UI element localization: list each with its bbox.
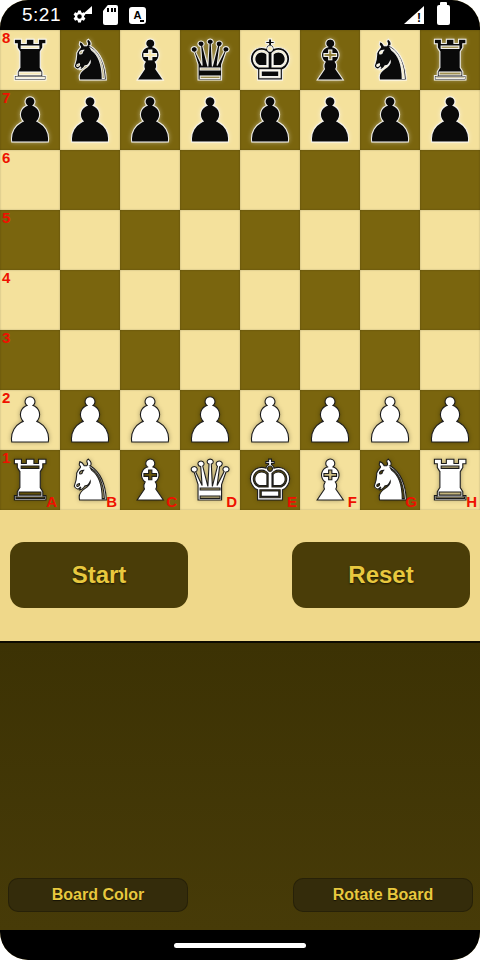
rank-label-6: 6	[2, 150, 10, 167]
square-g8[interactable]: ♞	[360, 30, 420, 90]
top-control-panel: Start Reset	[0, 510, 480, 643]
square-g4[interactable]	[360, 270, 420, 330]
rank-label-1: 1	[2, 450, 10, 467]
square-c8[interactable]: ♝	[120, 30, 180, 90]
rank-label-2: 2	[2, 390, 10, 407]
square-d7[interactable]: ♟	[180, 90, 240, 150]
square-a6[interactable]: 6	[0, 150, 60, 210]
rank-label-5: 5	[2, 210, 10, 227]
piece-black-pawn[interactable]: ♟	[302, 90, 358, 152]
piece-black-pawn[interactable]: ♟	[62, 90, 118, 152]
square-g5[interactable]	[360, 210, 420, 270]
board-color-button[interactable]: Board Color	[8, 878, 188, 912]
square-c2[interactable]: ♟	[120, 390, 180, 450]
square-a5[interactable]: 5	[0, 210, 60, 270]
rank-label-4: 4	[2, 270, 10, 287]
square-f6[interactable]	[300, 150, 360, 210]
piece-black-knight[interactable]: ♞	[65, 33, 115, 89]
piece-black-bishop[interactable]: ♝	[125, 33, 175, 89]
square-g2[interactable]: ♟	[360, 390, 420, 450]
square-e6[interactable]	[240, 150, 300, 210]
rank-label-7: 7	[2, 90, 10, 107]
square-a1[interactable]: 1A♜	[0, 450, 60, 510]
rank-label-3: 3	[2, 330, 10, 347]
square-e5[interactable]	[240, 210, 300, 270]
file-label-c: C	[166, 494, 177, 511]
square-h2[interactable]: ♟	[420, 390, 480, 450]
square-g3[interactable]	[360, 330, 420, 390]
square-b7[interactable]: ♟	[60, 90, 120, 150]
square-g6[interactable]	[360, 150, 420, 210]
status-bar: 5:21 A !	[0, 0, 480, 30]
file-label-a: A	[46, 494, 57, 511]
square-a2[interactable]: 2♟	[0, 390, 60, 450]
piece-black-pawn[interactable]: ♟	[122, 90, 178, 152]
square-f2[interactable]: ♟	[300, 390, 360, 450]
rank-label-8: 8	[2, 30, 10, 47]
square-f7[interactable]: ♟	[300, 90, 360, 150]
square-a8[interactable]: 8♜	[0, 30, 60, 90]
square-e4[interactable]	[240, 270, 300, 330]
square-b8[interactable]: ♞	[60, 30, 120, 90]
square-f1[interactable]: F♝	[300, 450, 360, 510]
signal-alert-icon: !	[404, 6, 424, 24]
square-b3[interactable]	[60, 330, 120, 390]
piece-black-pawn[interactable]: ♟	[422, 90, 478, 152]
square-a3[interactable]: 3	[0, 330, 60, 390]
start-button[interactable]: Start	[10, 542, 188, 608]
file-label-h: H	[466, 494, 477, 511]
piece-black-pawn[interactable]: ♟	[182, 90, 238, 152]
square-h3[interactable]	[420, 330, 480, 390]
square-d4[interactable]	[180, 270, 240, 330]
clock: 5:21	[22, 4, 61, 26]
piece-black-rook[interactable]: ♜	[425, 33, 475, 89]
square-d5[interactable]	[180, 210, 240, 270]
square-b1[interactable]: B♞	[60, 450, 120, 510]
navigation-bar	[0, 930, 480, 960]
piece-white-pawn[interactable]: ♟	[422, 390, 478, 452]
piece-black-bishop[interactable]: ♝	[305, 33, 355, 89]
piece-white-pawn[interactable]: ♟	[242, 390, 298, 452]
square-e2[interactable]: ♟	[240, 390, 300, 450]
square-b2[interactable]: ♟	[60, 390, 120, 450]
square-d2[interactable]: ♟	[180, 390, 240, 450]
file-label-b: B	[106, 494, 117, 511]
square-h8[interactable]: ♜	[420, 30, 480, 90]
piece-white-pawn[interactable]: ♟	[362, 390, 418, 452]
square-b6[interactable]	[60, 150, 120, 210]
square-h1[interactable]: H♜	[420, 450, 480, 510]
piece-white-pawn[interactable]: ♟	[122, 390, 178, 452]
piece-white-pawn[interactable]: ♟	[302, 390, 358, 452]
piece-black-pawn[interactable]: ♟	[242, 90, 298, 152]
piece-black-queen[interactable]: ♛	[185, 33, 235, 89]
square-h4[interactable]	[420, 270, 480, 330]
bottom-panel: Board Color Rotate Board	[0, 643, 480, 930]
square-g7[interactable]: ♟	[360, 90, 420, 150]
square-c3[interactable]	[120, 330, 180, 390]
piece-white-pawn[interactable]: ♟	[62, 390, 118, 452]
auto-a-badge-icon: A	[129, 7, 146, 24]
sim-card-icon	[103, 5, 118, 25]
square-d1[interactable]: D♛	[180, 450, 240, 510]
piece-black-pawn[interactable]: ♟	[362, 90, 418, 152]
square-a7[interactable]: 7♟	[0, 90, 60, 150]
rotate-board-button[interactable]: Rotate Board	[293, 878, 473, 912]
square-a4[interactable]: 4	[0, 270, 60, 330]
square-d8[interactable]: ♛	[180, 30, 240, 90]
file-label-g: G	[405, 494, 417, 511]
square-h5[interactable]	[420, 210, 480, 270]
chess-board: 8♜♞♝♛♚♝♞♜7♟♟♟♟♟♟♟♟65432♟♟♟♟♟♟♟♟1A♜B♞C♝D♛…	[0, 30, 480, 510]
gesture-pill[interactable]	[174, 943, 306, 948]
square-f8[interactable]: ♝	[300, 30, 360, 90]
square-c5[interactable]	[120, 210, 180, 270]
square-h6[interactable]	[420, 150, 480, 210]
square-d3[interactable]	[180, 330, 240, 390]
square-e7[interactable]: ♟	[240, 90, 300, 150]
square-c4[interactable]	[120, 270, 180, 330]
reset-button[interactable]: Reset	[292, 542, 470, 608]
file-label-e: E	[287, 494, 297, 511]
battery-icon	[437, 5, 450, 25]
settings-gear-icon	[72, 5, 92, 25]
square-b4[interactable]	[60, 270, 120, 330]
square-e3[interactable]	[240, 330, 300, 390]
square-d6[interactable]	[180, 150, 240, 210]
piece-black-knight[interactable]: ♞	[365, 33, 415, 89]
phone-screen: 5:21 A ! 8♜♞♝♛♚♝♞♜7♟♟♟♟♟♟♟♟65432♟♟♟♟♟♟♟♟…	[0, 0, 480, 960]
piece-black-pawn[interactable]: ♟	[2, 90, 58, 152]
piece-black-king[interactable]: ♚	[245, 33, 295, 89]
square-c1[interactable]: C♝	[120, 450, 180, 510]
square-g1[interactable]: G♞	[360, 450, 420, 510]
square-e1[interactable]: E♚	[240, 450, 300, 510]
square-h7[interactable]: ♟	[420, 90, 480, 150]
square-e8[interactable]: ♚	[240, 30, 300, 90]
square-c7[interactable]: ♟	[120, 90, 180, 150]
piece-black-rook[interactable]: ♜	[5, 33, 55, 89]
file-label-f: F	[348, 494, 357, 511]
square-f4[interactable]	[300, 270, 360, 330]
square-c6[interactable]	[120, 150, 180, 210]
piece-white-pawn[interactable]: ♟	[2, 390, 58, 452]
piece-white-pawn[interactable]: ♟	[182, 390, 238, 452]
file-label-d: D	[226, 494, 237, 511]
square-b5[interactable]	[60, 210, 120, 270]
square-f3[interactable]	[300, 330, 360, 390]
square-f5[interactable]	[300, 210, 360, 270]
